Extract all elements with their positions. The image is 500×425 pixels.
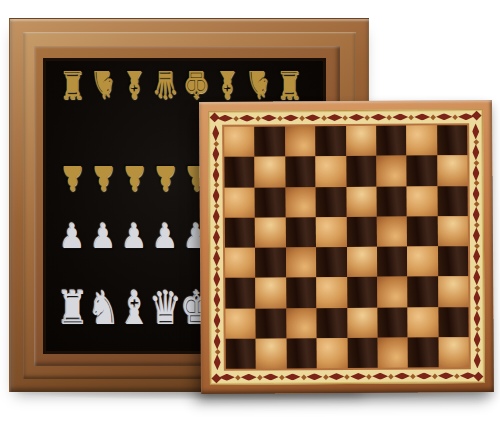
board-square-c1 xyxy=(286,338,317,368)
case-piece-slot: ♟ xyxy=(57,213,88,253)
board-square-d5 xyxy=(316,217,347,247)
border-diamond-large xyxy=(416,372,432,379)
border-diamond-small xyxy=(214,307,220,313)
board-square-h2 xyxy=(438,307,469,337)
marquetry-strip-bottom xyxy=(218,369,477,384)
border-diamond-small xyxy=(473,160,479,166)
board-square-c5 xyxy=(286,217,317,247)
border-diamond-large xyxy=(263,373,279,380)
case-piece-slot: ♟ xyxy=(88,153,119,195)
border-diamond-small xyxy=(366,374,372,380)
case-piece-gold-pawn: ♟ xyxy=(91,161,117,195)
board-square-b4 xyxy=(255,247,286,277)
board-square-g7 xyxy=(407,156,438,186)
border-diamond-small xyxy=(387,114,393,120)
board-square-f6 xyxy=(376,186,407,216)
case-piece-silver-knight: ♞ xyxy=(87,285,119,331)
board-square-e2 xyxy=(347,307,378,337)
board-square-h1 xyxy=(438,337,469,367)
border-diamond-small xyxy=(473,181,479,187)
board-square-f7 xyxy=(376,156,407,186)
border-diamond-small xyxy=(430,114,436,120)
case-piece-slot: ♞ xyxy=(88,277,119,331)
border-diamond-small xyxy=(452,114,458,120)
board-square-b1 xyxy=(256,338,287,368)
case-piece-gold-knight: ♞ xyxy=(245,65,272,103)
border-diamond-large xyxy=(212,167,219,183)
border-diamond-small xyxy=(432,373,438,379)
board-square-b3 xyxy=(256,278,287,308)
board-square-f3 xyxy=(377,277,408,307)
case-piece-slot: ♟ xyxy=(150,153,181,195)
border-diamond-large xyxy=(261,114,277,121)
border-diamond-small xyxy=(214,224,220,230)
board-square-f2 xyxy=(377,307,408,337)
case-piece-silver-pawn: ♟ xyxy=(153,219,179,253)
border-diamond-small xyxy=(214,328,220,334)
border-diamond-large xyxy=(213,188,220,204)
border-diamond-large xyxy=(305,114,321,121)
border-diamond-small xyxy=(474,222,480,228)
case-piece-slot: ♜ xyxy=(274,65,305,103)
border-diamond-small xyxy=(345,374,351,380)
border-diamond-large xyxy=(473,228,480,244)
board-square-g6 xyxy=(407,186,438,216)
board-square-d3 xyxy=(316,277,347,307)
border-diamond-small xyxy=(454,373,460,379)
product-photo: ♜♞♝♛♚♝♞♜♟♟♟♟♟♟♟♟♟♟♟♟♟♟♟♟♜♞♝♛♚♝♞♜ xyxy=(0,0,500,425)
border-diamond-large xyxy=(473,290,480,306)
board-square-a6 xyxy=(225,187,256,217)
border-diamond-large xyxy=(212,125,219,141)
board-square-f4 xyxy=(377,247,408,277)
board-square-e7 xyxy=(346,156,377,186)
board-square-g5 xyxy=(407,216,438,246)
border-diamond-large xyxy=(473,186,480,202)
border-diamond-small xyxy=(213,141,219,147)
board-square-d8 xyxy=(315,126,346,156)
board-square-e8 xyxy=(346,126,377,156)
marquetry-strip-right xyxy=(469,123,484,369)
case-piece-slot: ♚ xyxy=(181,65,212,103)
border-diamond-small xyxy=(213,162,219,168)
case-piece-slot: ♛ xyxy=(150,277,181,331)
border-diamond-small xyxy=(235,374,241,380)
board-square-a4 xyxy=(225,248,256,278)
board-square-h4 xyxy=(438,246,469,276)
board-square-a1 xyxy=(226,338,257,368)
board-square-b6 xyxy=(255,187,286,217)
border-diamond-large xyxy=(241,374,257,381)
border-diamond-large xyxy=(214,354,221,370)
border-diamond-large xyxy=(350,373,366,380)
border-diamond-large xyxy=(473,207,480,223)
border-diamond-small xyxy=(343,115,349,121)
border-diamond-small xyxy=(410,373,416,379)
board-square-g1 xyxy=(408,337,439,367)
case-piece-slot: ♛ xyxy=(150,65,181,103)
board-square-a3 xyxy=(225,278,256,308)
board-square-h6 xyxy=(437,186,468,216)
border-diamond-large xyxy=(474,332,481,348)
board-square-f1 xyxy=(378,337,409,367)
border-diamond-large xyxy=(414,113,430,120)
case-piece-gold-bishop: ♝ xyxy=(214,65,241,103)
board-square-h3 xyxy=(438,276,469,306)
case-piece-slot: ♝ xyxy=(119,65,150,103)
border-diamond-small xyxy=(301,374,307,380)
case-piece-slot: ♞ xyxy=(243,65,274,103)
case-piece-silver-queen: ♛ xyxy=(149,285,181,331)
border-diamond-large xyxy=(213,292,220,308)
case-piece-silver-pawn: ♟ xyxy=(91,219,117,253)
border-diamond-large xyxy=(394,373,410,380)
board-square-f8 xyxy=(376,126,407,156)
case-piece-slot: ♟ xyxy=(57,153,88,195)
case-piece-gold-bishop: ♝ xyxy=(121,65,148,103)
board-square-a7 xyxy=(224,157,255,187)
border-diamond-large xyxy=(472,165,479,181)
board-square-b5 xyxy=(255,217,286,247)
border-diamond-small xyxy=(323,374,329,380)
case-piece-slot: ♞ xyxy=(88,65,119,103)
case-piece-silver-pawn: ♟ xyxy=(122,219,148,253)
board-square-c8 xyxy=(285,126,316,156)
case-piece-slot: ♟ xyxy=(150,213,181,253)
board-square-d1 xyxy=(317,338,348,368)
board-square-c7 xyxy=(285,156,316,186)
border-diamond-large xyxy=(472,123,479,139)
case-piece-silver-rook: ♜ xyxy=(56,285,88,331)
border-diamond-large xyxy=(438,372,454,379)
case-piece-slot: ♝ xyxy=(212,65,243,103)
border-diamond-small xyxy=(473,202,479,208)
case-piece-gold-rook: ♜ xyxy=(276,65,303,103)
border-diamond-small xyxy=(408,114,414,120)
border-diamond-small xyxy=(277,115,283,121)
border-diamond-small xyxy=(233,115,239,121)
board-square-d6 xyxy=(316,187,347,217)
border-diamond-large xyxy=(392,114,408,121)
case-piece-silver-bishop: ♝ xyxy=(118,285,150,331)
board-marquetry-border xyxy=(208,109,485,385)
board-outer-frame xyxy=(199,100,494,394)
border-diamond-small xyxy=(214,245,220,251)
border-diamond-small xyxy=(474,306,480,312)
case-piece-gold-knight: ♞ xyxy=(90,65,117,103)
border-diamond-large xyxy=(213,250,220,266)
border-diamond-small xyxy=(388,373,394,379)
border-diamond-large xyxy=(239,115,255,122)
border-diamond-small xyxy=(474,264,480,270)
board-square-d2 xyxy=(317,307,348,337)
border-diamond-large xyxy=(436,113,452,120)
border-diamond-large xyxy=(472,144,479,160)
border-diamond-small xyxy=(474,326,480,332)
board-square-g3 xyxy=(407,277,438,307)
board-square-d4 xyxy=(316,247,347,277)
border-diamond-large xyxy=(213,209,220,225)
case-piece-slot: ♜ xyxy=(57,277,88,331)
case-piece-slot: ♜ xyxy=(57,65,88,103)
case-piece-gold-pawn: ♟ xyxy=(60,161,86,195)
case-piece-slot: ♝ xyxy=(119,277,150,331)
border-diamond-large xyxy=(213,271,220,287)
case-piece-silver-pawn: ♟ xyxy=(60,219,86,253)
case-piece-gold-rook: ♜ xyxy=(59,65,86,103)
board-square-c6 xyxy=(285,187,316,217)
border-diamond-small xyxy=(474,285,480,291)
board-square-e3 xyxy=(347,277,378,307)
board-square-e5 xyxy=(346,217,377,247)
border-diamond-large xyxy=(348,114,364,121)
border-diamond-small xyxy=(279,374,285,380)
border-diamond-large xyxy=(473,248,480,264)
border-diamond-small xyxy=(214,349,220,355)
board-square-g4 xyxy=(407,246,438,276)
chess-board xyxy=(199,100,494,394)
border-diamond-small xyxy=(213,203,219,209)
board-square-d7 xyxy=(315,156,346,186)
border-diamond-large xyxy=(370,114,386,121)
board-square-e4 xyxy=(347,247,378,277)
border-diamond-small xyxy=(255,115,261,121)
board-square-a2 xyxy=(225,308,256,338)
board-square-f5 xyxy=(377,216,408,246)
border-diamond-large xyxy=(306,373,322,380)
board-square-a8 xyxy=(224,127,255,157)
board-square-b7 xyxy=(255,157,286,187)
border-diamond-small xyxy=(474,243,480,249)
board-square-g8 xyxy=(406,125,437,155)
border-diamond-small xyxy=(299,115,305,121)
border-diamond-large xyxy=(473,269,480,285)
border-diamond-large xyxy=(328,373,344,380)
border-diamond-small xyxy=(365,115,371,121)
board-squares-grid xyxy=(224,125,469,369)
border-diamond-large xyxy=(474,352,481,368)
border-diamond-large xyxy=(372,373,388,380)
case-piece-gold-pawn: ♟ xyxy=(122,161,148,195)
case-piece-slot: ♟ xyxy=(119,153,150,195)
border-diamond-large xyxy=(285,373,301,380)
case-piece-gold-pawn: ♟ xyxy=(153,161,179,195)
board-square-b8 xyxy=(255,126,286,156)
board-square-b2 xyxy=(256,308,287,338)
case-piece-slot: ♟ xyxy=(119,213,150,253)
border-diamond-large xyxy=(213,229,220,245)
border-diamond-small xyxy=(473,139,479,145)
border-diamond-large xyxy=(473,311,480,327)
board-square-c4 xyxy=(286,247,317,277)
case-piece-gold-queen: ♛ xyxy=(152,65,179,103)
board-square-c2 xyxy=(286,308,317,338)
board-square-h7 xyxy=(437,155,468,185)
border-diamond-small xyxy=(257,374,263,380)
border-diamond-large xyxy=(217,115,233,122)
case-piece-gold-king: ♚ xyxy=(183,65,210,103)
board-square-g2 xyxy=(408,307,439,337)
border-diamond-large xyxy=(214,333,221,349)
case-piece-slot: ♟ xyxy=(88,213,119,253)
case-row-gold-majors: ♜♞♝♛♚♝♞♜ xyxy=(57,65,305,103)
border-diamond-small xyxy=(474,347,480,353)
border-diamond-small xyxy=(214,266,220,272)
border-diamond-small xyxy=(321,115,327,121)
board-square-e1 xyxy=(347,338,378,368)
border-diamond-large xyxy=(213,313,220,329)
board-square-c3 xyxy=(286,277,317,307)
board-square-e6 xyxy=(346,186,377,216)
border-diamond-large xyxy=(212,146,219,162)
border-diamond-small xyxy=(214,287,220,293)
board-inner-trim xyxy=(222,123,471,371)
board-square-h5 xyxy=(437,216,468,246)
border-diamond-small xyxy=(213,183,219,189)
board-square-h8 xyxy=(437,125,468,155)
board-square-a5 xyxy=(225,217,256,247)
border-diamond-large xyxy=(283,114,299,121)
border-diamond-large xyxy=(327,114,343,121)
